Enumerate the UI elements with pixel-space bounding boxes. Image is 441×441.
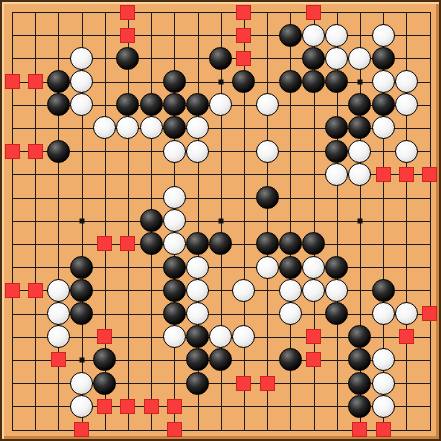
intersection[interactable] [47,47,70,70]
intersection[interactable] [325,209,348,232]
intersection[interactable] [279,186,302,209]
intersection[interactable] [395,0,418,23]
black-stone[interactable] [93,348,116,371]
intersection[interactable] [116,209,139,232]
red-square-marker[interactable] [120,399,135,414]
intersection[interactable] [371,70,394,93]
intersection[interactable] [24,418,47,441]
intersection[interactable] [418,255,441,278]
white-stone[interactable] [47,302,70,325]
white-stone[interactable] [372,302,395,325]
black-stone[interactable] [325,302,348,325]
intersection[interactable] [348,186,371,209]
black-stone[interactable] [70,279,93,302]
white-stone[interactable] [140,116,163,139]
intersection[interactable] [255,186,278,209]
red-square-marker[interactable] [74,422,89,437]
intersection[interactable] [140,186,163,209]
intersection[interactable] [348,140,371,163]
black-stone[interactable] [279,232,302,255]
intersection[interactable] [24,302,47,325]
intersection[interactable] [140,70,163,93]
intersection[interactable] [186,255,209,278]
intersection[interactable] [348,325,371,348]
intersection[interactable] [279,255,302,278]
white-stone[interactable] [302,24,325,47]
intersection[interactable] [279,232,302,255]
intersection[interactable] [24,140,47,163]
intersection[interactable] [140,116,163,139]
intersection[interactable] [279,371,302,394]
white-stone[interactable] [163,232,186,255]
intersection[interactable] [0,418,23,441]
red-square-marker[interactable] [399,329,414,344]
intersection[interactable] [70,325,93,348]
white-stone[interactable] [70,93,93,116]
intersection[interactable] [395,186,418,209]
black-stone[interactable] [279,70,302,93]
intersection[interactable] [232,0,255,23]
intersection[interactable] [279,47,302,70]
intersection[interactable] [232,371,255,394]
intersection[interactable] [93,93,116,116]
intersection[interactable] [163,140,186,163]
black-stone[interactable] [302,70,325,93]
intersection[interactable] [70,302,93,325]
intersection[interactable] [232,24,255,47]
intersection[interactable] [325,279,348,302]
intersection[interactable] [418,140,441,163]
black-stone[interactable] [325,116,348,139]
intersection[interactable] [47,70,70,93]
white-stone[interactable] [186,256,209,279]
red-square-marker[interactable] [97,329,112,344]
intersection[interactable] [47,325,70,348]
intersection[interactable] [47,348,70,371]
white-stone[interactable] [70,47,93,70]
intersection[interactable] [209,163,232,186]
black-stone[interactable] [186,372,209,395]
intersection[interactable] [209,0,232,23]
intersection[interactable] [395,24,418,47]
intersection[interactable] [140,348,163,371]
intersection[interactable] [348,418,371,441]
intersection[interactable] [348,24,371,47]
intersection[interactable] [418,93,441,116]
intersection[interactable] [209,140,232,163]
black-stone[interactable] [348,348,371,371]
intersection[interactable] [418,418,441,441]
intersection[interactable] [140,93,163,116]
red-square-marker[interactable] [5,144,20,159]
intersection[interactable] [116,371,139,394]
intersection[interactable] [371,279,394,302]
intersection[interactable] [93,163,116,186]
intersection[interactable] [325,395,348,418]
red-square-marker[interactable] [422,306,437,321]
intersection[interactable] [232,163,255,186]
black-stone[interactable] [279,348,302,371]
intersection[interactable] [325,325,348,348]
intersection[interactable] [24,186,47,209]
intersection[interactable] [186,418,209,441]
intersection[interactable] [0,47,23,70]
red-square-marker[interactable] [260,376,275,391]
intersection[interactable] [70,255,93,278]
intersection[interactable] [93,371,116,394]
intersection[interactable] [70,418,93,441]
intersection[interactable] [70,395,93,418]
intersection[interactable] [70,47,93,70]
white-stone[interactable] [116,116,139,139]
intersection[interactable] [24,395,47,418]
intersection[interactable] [93,116,116,139]
intersection[interactable] [395,255,418,278]
intersection[interactable] [0,348,23,371]
red-square-marker[interactable] [97,236,112,251]
red-square-marker[interactable] [376,422,391,437]
intersection[interactable] [116,418,139,441]
white-stone[interactable] [395,70,418,93]
intersection[interactable] [0,70,23,93]
intersection[interactable] [93,24,116,47]
intersection[interactable] [232,418,255,441]
intersection[interactable] [279,325,302,348]
black-stone[interactable] [163,93,186,116]
intersection[interactable] [302,93,325,116]
intersection[interactable] [371,163,394,186]
intersection[interactable] [93,70,116,93]
intersection[interactable] [0,24,23,47]
intersection[interactable] [255,209,278,232]
intersection[interactable] [232,348,255,371]
intersection[interactable] [302,0,325,23]
intersection[interactable] [348,163,371,186]
black-stone[interactable] [302,232,325,255]
intersection[interactable] [116,348,139,371]
intersection[interactable] [116,24,139,47]
white-stone[interactable] [70,395,93,418]
intersection[interactable] [279,116,302,139]
red-square-marker[interactable] [51,352,66,367]
intersection[interactable] [395,395,418,418]
intersection[interactable] [302,232,325,255]
intersection[interactable] [255,70,278,93]
intersection[interactable] [116,47,139,70]
intersection[interactable] [302,116,325,139]
intersection[interactable] [116,325,139,348]
intersection[interactable] [325,116,348,139]
intersection[interactable] [371,24,394,47]
intersection[interactable] [93,140,116,163]
intersection[interactable] [348,395,371,418]
red-square-marker[interactable] [306,352,321,367]
intersection[interactable] [348,232,371,255]
intersection[interactable] [371,209,394,232]
intersection[interactable] [325,255,348,278]
intersection[interactable] [348,371,371,394]
intersection[interactable] [232,186,255,209]
intersection[interactable] [209,279,232,302]
intersection[interactable] [140,371,163,394]
intersection[interactable] [186,279,209,302]
intersection[interactable] [163,116,186,139]
black-stone[interactable] [348,372,371,395]
intersection[interactable] [47,186,70,209]
intersection[interactable] [418,116,441,139]
white-stone[interactable] [186,116,209,139]
intersection[interactable] [418,371,441,394]
red-square-marker[interactable] [306,5,321,20]
black-stone[interactable] [232,70,255,93]
intersection[interactable] [140,163,163,186]
white-stone[interactable] [372,395,395,418]
intersection[interactable] [47,302,70,325]
intersection[interactable] [232,140,255,163]
intersection[interactable] [47,140,70,163]
intersection[interactable] [186,186,209,209]
intersection[interactable] [93,186,116,209]
intersection[interactable] [302,47,325,70]
black-stone[interactable] [163,70,186,93]
intersection[interactable] [255,116,278,139]
intersection[interactable] [0,232,23,255]
intersection[interactable] [371,371,394,394]
intersection[interactable] [163,0,186,23]
intersection[interactable] [279,395,302,418]
intersection[interactable] [0,140,23,163]
white-stone[interactable] [232,325,255,348]
intersection[interactable] [24,0,47,23]
intersection[interactable] [186,209,209,232]
intersection[interactable] [93,325,116,348]
red-square-marker[interactable] [167,422,182,437]
black-stone[interactable] [140,93,163,116]
intersection[interactable] [163,186,186,209]
white-stone[interactable] [209,325,232,348]
red-square-marker[interactable] [376,167,391,182]
intersection[interactable] [418,70,441,93]
black-stone[interactable] [140,232,163,255]
intersection[interactable] [325,371,348,394]
intersection[interactable] [325,70,348,93]
go-board[interactable] [0,0,441,441]
intersection[interactable] [47,232,70,255]
intersection[interactable] [70,348,93,371]
intersection[interactable] [24,255,47,278]
intersection[interactable] [395,371,418,394]
black-stone[interactable] [93,372,116,395]
intersection[interactable] [348,209,371,232]
intersection[interactable] [209,371,232,394]
intersection[interactable] [348,0,371,23]
intersection[interactable] [186,395,209,418]
intersection[interactable] [186,47,209,70]
intersection[interactable] [24,70,47,93]
intersection[interactable] [348,93,371,116]
intersection[interactable] [232,325,255,348]
intersection[interactable] [24,279,47,302]
intersection[interactable] [348,47,371,70]
white-stone[interactable] [372,70,395,93]
intersection[interactable] [371,418,394,441]
intersection[interactable] [232,395,255,418]
intersection[interactable] [93,395,116,418]
intersection[interactable] [418,209,441,232]
intersection[interactable] [371,325,394,348]
intersection[interactable] [116,279,139,302]
intersection[interactable] [140,395,163,418]
white-stone[interactable] [302,256,325,279]
intersection[interactable] [116,0,139,23]
intersection[interactable] [163,93,186,116]
black-stone[interactable] [372,47,395,70]
intersection[interactable] [47,93,70,116]
intersection[interactable] [163,348,186,371]
intersection[interactable] [93,0,116,23]
intersection[interactable] [0,116,23,139]
intersection[interactable] [163,70,186,93]
intersection[interactable] [232,70,255,93]
intersection[interactable] [371,140,394,163]
intersection[interactable] [325,0,348,23]
intersection[interactable] [116,70,139,93]
intersection[interactable] [47,395,70,418]
black-stone[interactable] [70,256,93,279]
black-stone[interactable] [186,232,209,255]
intersection[interactable] [209,209,232,232]
intersection[interactable] [279,0,302,23]
intersection[interactable] [325,302,348,325]
white-stone[interactable] [47,279,70,302]
intersection[interactable] [163,24,186,47]
intersection[interactable] [116,93,139,116]
intersection[interactable] [302,325,325,348]
intersection[interactable] [0,395,23,418]
white-stone[interactable] [395,140,418,163]
intersection[interactable] [24,24,47,47]
intersection[interactable] [186,24,209,47]
intersection[interactable] [418,302,441,325]
intersection[interactable] [395,209,418,232]
intersection[interactable] [24,47,47,70]
black-stone[interactable] [116,93,139,116]
intersection[interactable] [93,232,116,255]
intersection[interactable] [209,395,232,418]
intersection[interactable] [255,302,278,325]
white-stone[interactable] [47,325,70,348]
intersection[interactable] [116,116,139,139]
intersection[interactable] [186,325,209,348]
intersection[interactable] [70,0,93,23]
intersection[interactable] [255,395,278,418]
intersection[interactable] [302,302,325,325]
white-stone[interactable] [186,140,209,163]
intersection[interactable] [255,232,278,255]
intersection[interactable] [163,209,186,232]
intersection[interactable] [279,24,302,47]
intersection[interactable] [395,302,418,325]
intersection[interactable] [232,279,255,302]
red-square-marker[interactable] [28,144,43,159]
black-stone[interactable] [325,256,348,279]
intersection[interactable] [163,163,186,186]
intersection[interactable] [348,70,371,93]
intersection[interactable] [209,418,232,441]
black-stone[interactable] [163,256,186,279]
red-square-marker[interactable] [306,329,321,344]
red-square-marker[interactable] [236,28,251,43]
red-square-marker[interactable] [422,167,437,182]
intersection[interactable] [47,24,70,47]
intersection[interactable] [302,418,325,441]
intersection[interactable] [395,70,418,93]
intersection[interactable] [209,325,232,348]
intersection[interactable] [116,140,139,163]
intersection[interactable] [209,116,232,139]
intersection[interactable] [325,163,348,186]
red-square-marker[interactable] [5,283,20,298]
intersection[interactable] [279,163,302,186]
white-stone[interactable] [256,140,279,163]
white-stone[interactable] [186,302,209,325]
intersection[interactable] [418,348,441,371]
intersection[interactable] [209,232,232,255]
intersection[interactable] [70,70,93,93]
intersection[interactable] [0,279,23,302]
intersection[interactable] [24,163,47,186]
intersection[interactable] [47,163,70,186]
white-stone[interactable] [395,302,418,325]
intersection[interactable] [209,186,232,209]
intersection[interactable] [418,325,441,348]
white-stone[interactable] [372,348,395,371]
intersection[interactable] [186,116,209,139]
intersection[interactable] [255,140,278,163]
intersection[interactable] [325,47,348,70]
black-stone[interactable] [348,325,371,348]
intersection[interactable] [255,279,278,302]
intersection[interactable] [418,186,441,209]
intersection[interactable] [395,163,418,186]
red-square-marker[interactable] [5,74,20,89]
intersection[interactable] [255,325,278,348]
intersection[interactable] [0,93,23,116]
intersection[interactable] [279,93,302,116]
intersection[interactable] [70,24,93,47]
intersection[interactable] [209,302,232,325]
intersection[interactable] [24,116,47,139]
red-square-marker[interactable] [399,167,414,182]
white-stone[interactable] [302,279,325,302]
white-stone[interactable] [256,93,279,116]
intersection[interactable] [186,163,209,186]
intersection[interactable] [232,255,255,278]
white-stone[interactable] [163,325,186,348]
intersection[interactable] [116,163,139,186]
intersection[interactable] [371,255,394,278]
intersection[interactable] [348,255,371,278]
white-stone[interactable] [348,163,371,186]
black-stone[interactable] [372,93,395,116]
intersection[interactable] [186,0,209,23]
intersection[interactable] [140,24,163,47]
intersection[interactable] [348,348,371,371]
intersection[interactable] [348,279,371,302]
intersection[interactable] [279,140,302,163]
intersection[interactable] [70,116,93,139]
intersection[interactable] [116,232,139,255]
